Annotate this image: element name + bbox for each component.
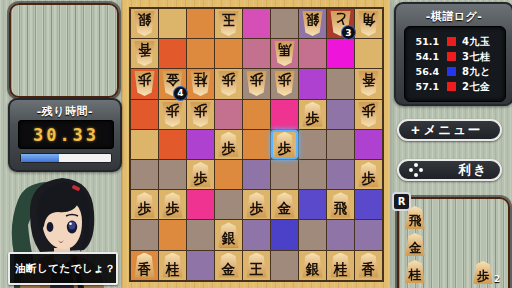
board-square[interactable]: 歩 — [243, 69, 270, 98]
board-square[interactable]: 金4 — [159, 69, 186, 98]
board-square[interactable]: 玉 — [215, 9, 242, 38]
board-square[interactable] — [327, 220, 354, 249]
board-square[interactable]: 歩 — [187, 160, 214, 189]
board-square[interactable] — [131, 130, 158, 159]
board-square[interactable] — [271, 100, 298, 129]
shogi-piece[interactable]: 香 — [358, 253, 379, 278]
log-entry-move: 8九と — [462, 65, 491, 79]
shogi-piece[interactable]: 歩 — [162, 192, 183, 217]
move-number-badge: 4 — [173, 86, 188, 101]
shogi-piece[interactable]: 歩 — [358, 102, 379, 127]
kifu-log-entry: 56.48九と — [405, 66, 505, 78]
shogi-piece[interactable]: 金 — [218, 253, 239, 278]
board-square[interactable]: 歩 — [355, 100, 382, 129]
shogi-piece[interactable]: 銀 — [302, 11, 323, 36]
captured-piece[interactable]: 桂 — [405, 260, 425, 283]
log-entry-time: 57.1 — [405, 81, 439, 92]
speech-text: 油断してたでしょ？ — [10, 262, 115, 276]
board-square[interactable]: 歩 — [131, 190, 158, 219]
shogi-piece[interactable]: 王 — [246, 253, 267, 278]
captured-piece[interactable]: 歩 — [473, 261, 493, 284]
player-color-chip — [447, 82, 456, 91]
board-square[interactable]: 歩 — [187, 100, 214, 129]
shogi-piece[interactable]: 銀 — [218, 222, 239, 247]
shogi-piece[interactable]: 歩 — [246, 192, 267, 217]
board-square[interactable] — [243, 130, 270, 159]
left-eye — [47, 222, 54, 232]
board-square[interactable] — [271, 160, 298, 189]
board-square[interactable] — [327, 39, 354, 68]
board-square[interactable] — [159, 9, 186, 38]
shogi-piece[interactable]: 歩 — [218, 71, 239, 96]
board-square[interactable]: 王 — [243, 251, 270, 280]
board-square[interactable]: 歩 — [271, 69, 298, 98]
shogi-piece[interactable]: 香 — [358, 71, 379, 96]
shogi-piece[interactable]: 桂 — [190, 71, 211, 96]
board-square[interactable]: 歩 — [299, 100, 326, 129]
board-square[interactable]: 金 — [271, 190, 298, 219]
player-color-chip — [447, 52, 456, 61]
board-square[interactable] — [327, 69, 354, 98]
kifu-log-entry: 54.13七桂 — [405, 51, 505, 63]
shogi-board[interactable]: 銀玉銀と3角香馬歩金4桂歩歩歩香歩歩歩歩歩歩歩歩歩歩歩金飛銀香桂金王銀桂香 — [129, 7, 384, 282]
shogi-piece[interactable]: 香 — [134, 253, 155, 278]
board-square[interactable]: 歩 — [131, 69, 158, 98]
board-square[interactable] — [131, 160, 158, 189]
log-entry-move: 3七桂 — [462, 50, 490, 64]
menu-button-label: メニュー — [420, 122, 486, 139]
board-square[interactable]: 桂 — [159, 251, 186, 280]
board-square[interactable] — [299, 190, 326, 219]
shogi-piece[interactable]: 金 — [274, 192, 295, 217]
board-square[interactable]: 桂 — [187, 69, 214, 98]
board-square[interactable] — [299, 69, 326, 98]
kiki-button-label: 利き — [423, 162, 500, 179]
board-square[interactable] — [215, 190, 242, 219]
timer-title: -残り時間- — [10, 104, 120, 119]
kiki-button[interactable]: 利き — [397, 159, 502, 181]
board-square[interactable] — [355, 220, 382, 249]
board-square[interactable] — [299, 39, 326, 68]
timer-progress-bar — [20, 153, 112, 163]
board-square[interactable] — [159, 130, 186, 159]
board-square[interactable] — [243, 160, 270, 189]
board-square[interactable] — [243, 9, 270, 38]
shogi-piece[interactable]: 玉 — [218, 11, 239, 36]
board-square[interactable] — [243, 100, 270, 129]
board-square[interactable]: 飛 — [327, 190, 354, 219]
board-square[interactable] — [243, 220, 270, 249]
plus-icon: + — [411, 121, 420, 138]
board-square[interactable]: 歩 — [159, 100, 186, 129]
board-square[interactable] — [327, 100, 354, 129]
shogi-piece[interactable]: 馬 — [274, 41, 295, 66]
log-entry-move: 4九玉 — [462, 35, 490, 49]
shogi-piece[interactable]: 歩 — [162, 102, 183, 127]
shogi-piece[interactable]: 飛 — [330, 192, 351, 217]
board-square[interactable] — [327, 130, 354, 159]
shogi-piece[interactable]: 銀 — [302, 253, 323, 278]
board-square[interactable]: 歩 — [215, 130, 242, 159]
board-square[interactable]: 銀 — [131, 9, 158, 38]
board-square[interactable] — [243, 39, 270, 68]
board-square[interactable]: 歩 — [215, 69, 242, 98]
board-square[interactable]: 金 — [215, 251, 242, 280]
board-square[interactable] — [187, 220, 214, 249]
board-square[interactable] — [159, 220, 186, 249]
captured-pieces-tray[interactable]: 飛金桂歩2 — [397, 197, 510, 288]
kifu-log-list: 51.14九玉54.13七桂56.48九と57.12七金 — [404, 26, 506, 102]
kifu-log-title: -棋譜ログ- — [396, 9, 512, 24]
board-square[interactable] — [271, 251, 298, 280]
shogi-piece[interactable]: 歩 — [134, 71, 155, 96]
shogi-piece[interactable]: 香 — [134, 41, 155, 66]
shogi-piece[interactable]: 角 — [358, 11, 379, 36]
board-square[interactable]: 銀 — [299, 251, 326, 280]
timer-value: 30.33 — [33, 125, 99, 145]
r-button-badge: R — [392, 192, 411, 211]
log-entry-time: 56.4 — [405, 66, 439, 77]
board-square[interactable] — [271, 220, 298, 249]
board-square[interactable]: 歩 — [271, 130, 298, 159]
timer-progress-fill — [21, 154, 59, 162]
shogi-piece[interactable]: 歩 — [274, 71, 295, 96]
kifu-log-entry: 51.14九玉 — [405, 36, 505, 48]
board-square[interactable] — [187, 190, 214, 219]
shogi-piece[interactable]: 歩 — [218, 132, 239, 157]
timer-panel: -残り時間- 30.33 — [8, 98, 122, 172]
log-entry-time: 51.1 — [405, 36, 439, 47]
board-square[interactable] — [159, 160, 186, 189]
timer-lcd: 30.33 — [18, 120, 114, 149]
opponent-captured-pieces-tray — [9, 3, 119, 98]
board-square[interactable]: 歩 — [159, 190, 186, 219]
board-square[interactable] — [187, 130, 214, 159]
player-color-chip — [447, 67, 456, 76]
player-color-chip — [447, 37, 456, 46]
board-square[interactable] — [215, 160, 242, 189]
board-square[interactable]: 銀 — [299, 9, 326, 38]
shogi-piece[interactable]: 桂 — [162, 253, 183, 278]
kifu-log-entry: 57.12七金 — [405, 81, 505, 93]
speech-bubble: 油断してたでしょ？ — [8, 252, 118, 285]
board-square[interactable]: 歩 — [355, 160, 382, 189]
board-square[interactable] — [187, 251, 214, 280]
shogi-piece[interactable]: 歩 — [302, 102, 323, 127]
board-square[interactable] — [187, 9, 214, 38]
board-square[interactable] — [299, 130, 326, 159]
board-square[interactable] — [215, 100, 242, 129]
kifu-log-panel: -棋譜ログ- 51.14九玉54.13七桂56.48九と57.12七金 — [394, 2, 512, 106]
board-square[interactable] — [299, 220, 326, 249]
shogi-piece[interactable]: 歩 — [190, 102, 211, 127]
captured-piece-count: 2 — [494, 274, 500, 284]
menu-button[interactable]: + メニュー — [397, 119, 502, 141]
board-square[interactable] — [355, 190, 382, 219]
board-square[interactable] — [215, 39, 242, 68]
shogi-piece[interactable]: 歩 — [274, 132, 295, 157]
board-square[interactable]: 歩 — [243, 190, 270, 219]
shogi-piece[interactable]: 銀 — [134, 11, 155, 36]
board-square[interactable] — [355, 130, 382, 159]
board-square[interactable]: 桂 — [327, 251, 354, 280]
shogi-piece[interactable]: 歩 — [358, 162, 379, 187]
four-dots-icon — [409, 163, 423, 177]
board-square[interactable]: と3 — [327, 9, 354, 38]
board-square[interactable]: 香 — [131, 251, 158, 280]
shogi-piece[interactable]: 歩 — [246, 71, 267, 96]
captured-piece[interactable]: 金 — [405, 233, 425, 256]
board-square[interactable]: 香 — [131, 39, 158, 68]
board-square[interactable] — [159, 39, 186, 68]
board-square[interactable]: 角 — [355, 9, 382, 38]
board-square[interactable] — [271, 9, 298, 38]
board-square[interactable]: 馬 — [271, 39, 298, 68]
board-square[interactable] — [131, 100, 158, 129]
board-square[interactable]: 銀 — [215, 220, 242, 249]
board-square[interactable]: 香 — [355, 69, 382, 98]
log-entry-move: 2七金 — [462, 80, 490, 94]
board-square[interactable] — [299, 160, 326, 189]
board-square[interactable] — [187, 39, 214, 68]
game-screen: 銀玉銀と3角香馬歩金4桂歩歩歩香歩歩歩歩歩歩歩歩歩歩歩金飛銀香桂金王銀桂香 -残… — [0, 0, 512, 288]
board-square[interactable] — [131, 220, 158, 249]
board-square[interactable]: 香 — [355, 251, 382, 280]
shogi-piece[interactable]: 桂 — [330, 253, 351, 278]
board-square[interactable] — [327, 160, 354, 189]
move-number-badge: 3 — [341, 25, 356, 40]
board-square[interactable] — [355, 39, 382, 68]
shogi-piece[interactable]: 歩 — [134, 192, 155, 217]
log-entry-time: 54.1 — [405, 51, 439, 62]
shogi-piece[interactable]: 歩 — [190, 162, 211, 187]
